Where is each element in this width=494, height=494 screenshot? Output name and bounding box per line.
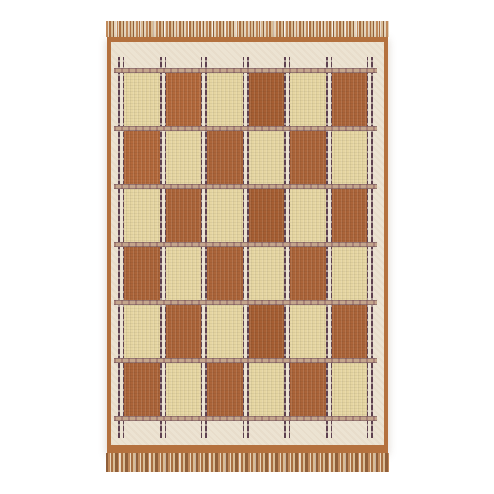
board-square-rust (204, 128, 246, 186)
warp-line (284, 57, 290, 438)
board-square-cream (329, 360, 371, 418)
board-square-rust (121, 244, 163, 302)
board-square-rust (163, 186, 205, 244)
board-square-cream (121, 186, 163, 244)
rug-field (111, 42, 384, 445)
weft-bar (114, 358, 377, 363)
board-square-rust (329, 302, 371, 360)
board-square-cream (287, 70, 329, 128)
weft-bar (114, 126, 377, 131)
board-square-rust (204, 244, 246, 302)
board-square-cream (287, 186, 329, 244)
warp-line (367, 57, 373, 438)
board-square-rust (163, 70, 205, 128)
warp-line (243, 57, 249, 438)
weft-bar (114, 300, 377, 305)
board-square-cream (204, 186, 246, 244)
warp-line (160, 57, 166, 438)
checkered-rug (107, 21, 388, 472)
board-square-cream (121, 302, 163, 360)
board-square-rust (246, 70, 288, 128)
warp-line (326, 57, 332, 438)
board-square-rust (329, 70, 371, 128)
board-square-rust (246, 302, 288, 360)
board-square-rust (287, 128, 329, 186)
product-photo-background (0, 0, 494, 494)
weft-bar (114, 68, 377, 73)
board-square-cream (287, 302, 329, 360)
weft-bar (114, 416, 377, 421)
board-square-cream (329, 244, 371, 302)
board-square-rust (287, 360, 329, 418)
board-square-cream (163, 128, 205, 186)
warp-line (201, 57, 207, 438)
fringe-bottom (106, 453, 389, 472)
board-square-cream (246, 360, 288, 418)
board-square-rust (121, 360, 163, 418)
weft-bar (114, 242, 377, 247)
board-square-rust (121, 128, 163, 186)
rug-body (107, 37, 388, 453)
board-square-rust (329, 186, 371, 244)
board-square-cream (121, 70, 163, 128)
warp-line (118, 57, 124, 438)
board-square-rust (287, 244, 329, 302)
weft-bar (114, 184, 377, 189)
board-square-cream (204, 302, 246, 360)
board-square-cream (246, 244, 288, 302)
board-square-cream (163, 244, 205, 302)
board-square-cream (163, 360, 205, 418)
board-square-rust (204, 360, 246, 418)
fringe-top (106, 21, 389, 37)
board-square-cream (204, 70, 246, 128)
board-square-cream (329, 128, 371, 186)
board-square-rust (163, 302, 205, 360)
board-square-rust (246, 186, 288, 244)
board-square-cream (246, 128, 288, 186)
